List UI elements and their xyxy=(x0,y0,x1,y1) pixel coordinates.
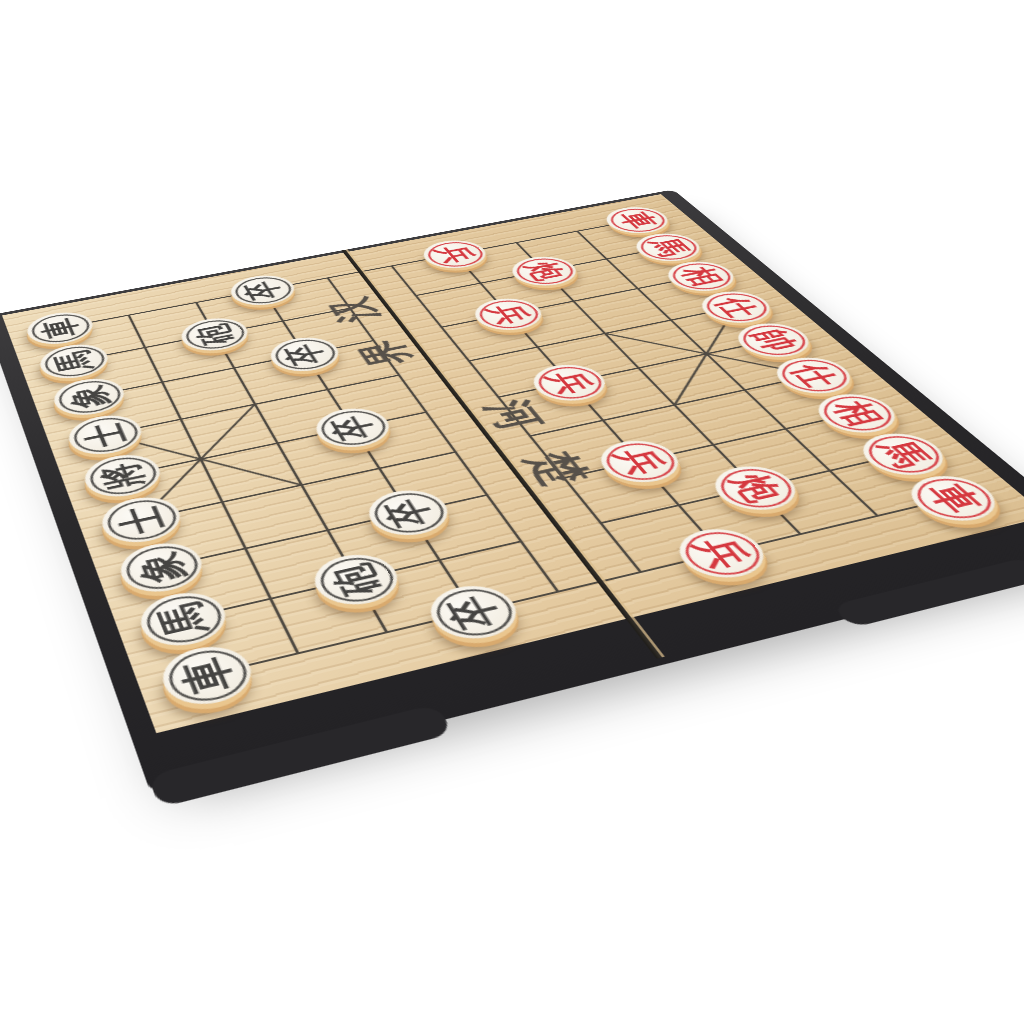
piece-glyph: 炮 xyxy=(519,260,570,283)
piece-black-soldier[interactable]: 卒 xyxy=(359,484,460,542)
piece-glyph: 兵 xyxy=(541,369,598,397)
piece-red-soldier[interactable]: 兵 xyxy=(465,294,552,335)
board-cell: 兵 xyxy=(584,432,696,491)
photo-stage: 汉 界 河 楚 車卒兵車馬砲炮馬象卒兵相士仕將卒兵帥士仕象卒兵相馬砲炮馬車卒兵車 xyxy=(0,0,1024,1024)
piece-glyph: 卒 xyxy=(325,413,380,443)
piece-glyph: 馬 xyxy=(153,599,215,640)
board-cell: 炮 xyxy=(697,458,816,520)
piece-black-soldier[interactable]: 卒 xyxy=(263,333,348,377)
piece-glyph: 車 xyxy=(613,210,662,231)
piece-glyph: 馬 xyxy=(870,438,937,470)
piece-glyph: 馬 xyxy=(642,236,693,258)
piece-glyph: 兵 xyxy=(687,534,756,572)
piece-glyph: 象 xyxy=(64,383,114,411)
piece-glyph: 卒 xyxy=(279,341,330,367)
piece-glyph: 帥 xyxy=(745,327,803,353)
piece-glyph: 象 xyxy=(132,549,191,587)
piece-glyph: 兵 xyxy=(431,243,479,265)
board-cell: 兵 xyxy=(461,292,556,337)
piece-red-cannon[interactable]: 炮 xyxy=(503,252,587,290)
piece-glyph: 士 xyxy=(80,420,132,450)
piece-glyph: 砲 xyxy=(190,322,239,347)
piece-glyph: 相 xyxy=(674,265,727,288)
board-cell: 砲 xyxy=(300,545,414,615)
piece-glyph: 車 xyxy=(918,481,988,516)
piece-red-soldier[interactable]: 兵 xyxy=(523,360,617,407)
piece-red-cannon[interactable]: 炮 xyxy=(701,460,810,516)
board-cell: 兵 xyxy=(518,357,621,408)
piece-glyph: 相 xyxy=(825,398,888,428)
piece-glyph: 車 xyxy=(175,653,240,697)
piece-glyph: 炮 xyxy=(723,471,789,505)
piece-glyph: 兵 xyxy=(609,445,671,477)
board-cell: 卒 xyxy=(259,331,351,379)
piece-black-soldier[interactable]: 卒 xyxy=(307,403,399,453)
xiangqi-board: 汉 界 河 楚 車卒兵車馬砲炮馬象卒兵相士仕將卒兵帥士仕象卒兵相馬砲炮馬車卒兵車 xyxy=(2,194,1024,733)
piece-black-cannon[interactable]: 砲 xyxy=(175,314,256,356)
piece-glyph: 卒 xyxy=(239,279,286,302)
piece-glyph: 將 xyxy=(96,459,150,491)
piece-glyph: 馬 xyxy=(50,348,98,374)
board-cell: 炮 xyxy=(499,251,591,292)
piece-glyph: 仕 xyxy=(708,295,764,320)
piece-glyph: 仕 xyxy=(783,361,844,389)
piece-glyph: 卒 xyxy=(378,495,439,530)
piece-glyph: 兵 xyxy=(482,302,534,327)
board-cell: 砲 xyxy=(171,312,259,358)
piece-glyph: 卒 xyxy=(440,592,507,633)
piece-glyph: 車 xyxy=(37,316,83,341)
board-cell: 卒 xyxy=(354,481,464,544)
piece-black-cannon[interactable]: 砲 xyxy=(304,548,408,612)
piece-glyph: 砲 xyxy=(325,560,388,599)
piece-red-soldier[interactable]: 兵 xyxy=(589,435,692,489)
piece-glyph: 士 xyxy=(113,502,169,537)
board-cell: 卒 xyxy=(303,401,403,456)
